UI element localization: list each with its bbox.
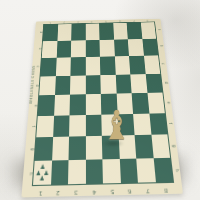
square-h6 (119, 158, 138, 183)
square-a1 (43, 24, 58, 41)
coord-label: e (165, 101, 170, 103)
board-perspective-wrapper: WHOLESALE CHESS 12345678 12345678 abcdef… (0, 0, 200, 200)
square-f2 (53, 115, 70, 137)
square-e2 (54, 95, 70, 116)
square-a3 (71, 24, 85, 41)
square-b3 (71, 40, 86, 57)
coord-label: 5 (110, 187, 114, 193)
square-d1 (39, 76, 55, 96)
brand-logo-four-pawns: ♟♟♟♟ (35, 163, 50, 181)
square-c7 (129, 56, 145, 74)
coord-label: d (163, 81, 167, 83)
square-h8 (153, 157, 173, 182)
square-d7 (130, 74, 147, 93)
coord-label: 7 (146, 186, 150, 192)
coord-label: 8 (164, 186, 168, 192)
coord-label: 6 (128, 187, 132, 193)
square-c5 (100, 56, 115, 74)
square-b7 (128, 39, 144, 56)
square-b8 (142, 38, 158, 55)
coord-label: h (173, 169, 178, 172)
square-b5 (99, 39, 114, 56)
square-b1 (42, 41, 57, 58)
square-a8 (140, 22, 156, 38)
square-b2 (56, 40, 71, 57)
square-h1: ♟♟♟♟ (33, 160, 52, 185)
square-c8 (144, 55, 161, 73)
square-f8 (149, 113, 167, 135)
coord-label: g (29, 148, 34, 151)
white-bishop-piece: ♝ (103, 105, 128, 145)
coord-label: a (156, 28, 160, 30)
square-d6 (115, 74, 131, 93)
coord-label: 1 (38, 189, 42, 195)
square-g1 (35, 137, 53, 160)
square-c2 (55, 57, 70, 75)
square-g2 (52, 137, 69, 160)
square-h3 (68, 159, 85, 184)
square-g8 (151, 134, 170, 157)
square-d5 (100, 74, 116, 93)
square-a7 (127, 23, 142, 39)
square-d4 (85, 75, 100, 94)
square-a4 (85, 23, 99, 39)
square-c6 (114, 56, 130, 74)
coords-bottom-ranks: 12345678 (31, 185, 175, 196)
coord-label: a (38, 31, 42, 33)
coord-label: g (170, 145, 175, 148)
square-g3 (69, 136, 86, 159)
coord-label: c (161, 63, 165, 65)
square-a5 (99, 23, 114, 39)
coord-label: 2 (56, 188, 60, 194)
coord-label: h (27, 172, 32, 175)
square-g4 (85, 136, 102, 159)
coord-label: b (37, 48, 41, 50)
square-e1 (38, 95, 55, 116)
square-h2 (50, 160, 68, 185)
square-h4 (85, 159, 103, 184)
coord-label: 3 (74, 188, 78, 194)
square-d3 (70, 75, 85, 95)
square-c1 (40, 58, 56, 76)
square-e4 (85, 94, 101, 115)
square-f1 (36, 115, 53, 137)
square-c3 (70, 57, 85, 75)
coord-label: b (158, 45, 162, 47)
square-e3 (70, 94, 86, 115)
coord-label: f (168, 123, 173, 125)
coord-label: 4 (92, 188, 96, 194)
coord-label: f (31, 126, 36, 128)
square-a6 (113, 23, 128, 39)
brand-text: WHOLESALE CHESS (28, 60, 38, 110)
square-d2 (55, 75, 71, 95)
square-f4 (85, 114, 101, 136)
square-c4 (85, 57, 100, 75)
square-b4 (85, 40, 100, 57)
square-a2 (57, 24, 72, 41)
square-e8 (147, 93, 165, 114)
square-f3 (69, 115, 85, 137)
logo-pawn-icon: ♟ (39, 175, 45, 182)
square-d8 (145, 73, 162, 92)
square-h5 (102, 158, 120, 183)
square-b6 (114, 39, 129, 56)
photo-background: WHOLESALE CHESS 12345678 12345678 abcdef… (0, 0, 200, 200)
